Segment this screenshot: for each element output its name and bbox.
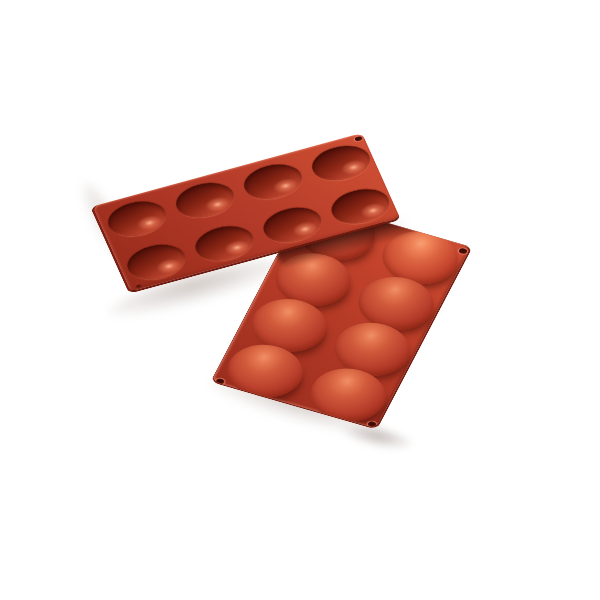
mold-cavity (169, 177, 239, 223)
corner-mark (135, 284, 142, 288)
mold-cavity (101, 196, 171, 242)
mold-cavity (325, 184, 395, 230)
corner-hole (215, 378, 225, 385)
mold-cavity (189, 221, 259, 267)
product-photo-canvas (0, 0, 600, 600)
mold-cavity (306, 140, 376, 186)
corner-hole (458, 248, 468, 255)
mold-cavity (238, 159, 308, 205)
corner-hole (367, 421, 377, 428)
mold-cavity (121, 239, 191, 285)
corner-hole (354, 136, 363, 142)
mold-cavity (257, 202, 327, 248)
